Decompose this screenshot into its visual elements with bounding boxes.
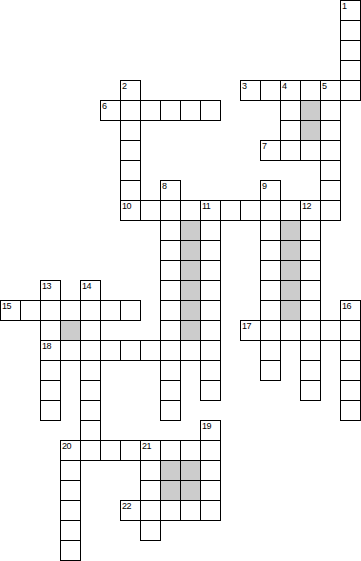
blocked-cell xyxy=(280,260,301,281)
answer-cell[interactable] xyxy=(120,140,141,161)
answer-cell[interactable] xyxy=(320,200,341,221)
answer-cell[interactable] xyxy=(200,100,221,121)
answer-cell[interactable] xyxy=(80,400,101,421)
answer-cell[interactable] xyxy=(40,400,61,421)
answer-cell[interactable]: 19 xyxy=(200,420,221,441)
answer-cell[interactable] xyxy=(200,320,221,341)
blocked-cell xyxy=(180,280,201,301)
answer-cell[interactable] xyxy=(40,360,61,381)
answer-cell[interactable] xyxy=(60,480,81,501)
blocked-cell xyxy=(300,100,321,121)
answer-cell[interactable] xyxy=(160,220,181,241)
answer-cell[interactable] xyxy=(200,260,221,281)
answer-cell[interactable] xyxy=(260,220,281,241)
answer-cell[interactable] xyxy=(140,100,161,121)
clue-number: 14 xyxy=(82,281,91,291)
answer-cell[interactable] xyxy=(120,440,141,461)
answer-cell[interactable] xyxy=(280,120,301,141)
answer-cell[interactable] xyxy=(340,60,361,81)
answer-cell[interactable]: 2 xyxy=(120,80,141,101)
answer-cell[interactable] xyxy=(300,340,321,361)
answer-cell[interactable] xyxy=(260,80,281,101)
answer-cell[interactable]: 7 xyxy=(260,140,281,161)
clue-number: 2 xyxy=(122,81,127,91)
answer-cell[interactable] xyxy=(80,320,101,341)
crossword-grid: 12345678910111213141516171819202122 xyxy=(0,0,361,561)
answer-cell[interactable] xyxy=(180,340,201,361)
answer-cell[interactable] xyxy=(60,300,81,321)
clue-number: 7 xyxy=(262,141,267,151)
answer-cell[interactable] xyxy=(300,360,321,381)
answer-cell[interactable] xyxy=(120,120,141,141)
answer-cell[interactable] xyxy=(160,100,181,121)
clue-number: 3 xyxy=(242,81,247,91)
answer-cell[interactable] xyxy=(300,80,321,101)
answer-cell[interactable] xyxy=(60,520,81,541)
answer-cell[interactable] xyxy=(340,400,361,421)
answer-cell[interactable] xyxy=(260,280,281,301)
clue-number: 10 xyxy=(122,201,131,211)
answer-cell[interactable] xyxy=(100,340,121,361)
answer-cell[interactable] xyxy=(300,220,321,241)
clue-number: 4 xyxy=(282,81,287,91)
answer-cell[interactable] xyxy=(180,200,201,221)
answer-cell[interactable] xyxy=(160,360,181,381)
answer-cell[interactable] xyxy=(320,160,341,181)
answer-cell[interactable] xyxy=(80,360,101,381)
answer-cell[interactable]: 20 xyxy=(60,440,81,461)
answer-cell[interactable]: 6 xyxy=(100,100,121,121)
answer-cell[interactable] xyxy=(60,500,81,521)
blocked-cell xyxy=(180,220,201,241)
answer-cell[interactable] xyxy=(200,480,221,501)
answer-cell[interactable]: 15 xyxy=(0,300,21,321)
clue-number: 13 xyxy=(42,281,51,291)
answer-cell[interactable] xyxy=(300,320,321,341)
answer-cell[interactable] xyxy=(200,280,221,301)
answer-cell[interactable] xyxy=(260,340,281,361)
answer-cell[interactable] xyxy=(40,300,61,321)
answer-cell[interactable] xyxy=(140,200,161,221)
answer-cell[interactable] xyxy=(40,380,61,401)
answer-cell[interactable] xyxy=(160,320,181,341)
answer-cell[interactable] xyxy=(200,440,221,461)
answer-cell[interactable] xyxy=(320,180,341,201)
answer-cell[interactable]: 11 xyxy=(200,200,221,221)
answer-cell[interactable]: 1 xyxy=(340,0,361,21)
answer-cell[interactable] xyxy=(20,300,41,321)
clue-number: 21 xyxy=(142,441,151,451)
blocked-cell xyxy=(180,480,201,501)
blocked-cell xyxy=(180,240,201,261)
answer-cell[interactable] xyxy=(140,480,161,501)
answer-cell[interactable] xyxy=(60,340,81,361)
answer-cell[interactable] xyxy=(40,320,61,341)
answer-cell[interactable] xyxy=(160,260,181,281)
answer-cell[interactable] xyxy=(300,280,321,301)
answer-cell[interactable]: 18 xyxy=(40,340,61,361)
blocked-cell xyxy=(180,320,201,341)
answer-cell[interactable]: 9 xyxy=(260,180,281,201)
blocked-cell xyxy=(160,480,181,501)
answer-cell[interactable]: 5 xyxy=(320,80,341,101)
answer-cell[interactable] xyxy=(160,200,181,221)
answer-cell[interactable] xyxy=(260,260,281,281)
blocked-cell xyxy=(180,260,201,281)
blocked-cell xyxy=(280,300,301,321)
answer-cell[interactable] xyxy=(340,80,361,101)
clue-number: 5 xyxy=(322,81,327,91)
clue-number: 17 xyxy=(242,321,251,331)
answer-cell[interactable] xyxy=(160,340,181,361)
answer-cell[interactable] xyxy=(160,440,181,461)
answer-cell[interactable] xyxy=(300,380,321,401)
clue-number: 8 xyxy=(162,181,167,191)
answer-cell[interactable] xyxy=(120,100,141,121)
answer-cell[interactable] xyxy=(200,220,221,241)
clue-number: 12 xyxy=(302,201,311,211)
answer-cell[interactable] xyxy=(260,200,281,221)
answer-cell[interactable] xyxy=(260,320,281,341)
answer-cell[interactable] xyxy=(320,120,341,141)
clue-number: 15 xyxy=(2,301,11,311)
answer-cell[interactable] xyxy=(80,300,101,321)
answer-cell[interactable] xyxy=(280,100,301,121)
answer-cell[interactable] xyxy=(120,340,141,361)
answer-cell[interactable] xyxy=(120,180,141,201)
answer-cell[interactable] xyxy=(180,100,201,121)
answer-cell[interactable] xyxy=(120,300,141,321)
answer-cell[interactable] xyxy=(160,280,181,301)
clue-number: 11 xyxy=(202,201,210,211)
answer-cell[interactable]: 4 xyxy=(280,80,301,101)
answer-cell[interactable] xyxy=(280,140,301,161)
blocked-cell xyxy=(300,120,321,141)
answer-cell[interactable] xyxy=(160,240,181,261)
answer-cell[interactable] xyxy=(120,160,141,181)
answer-cell[interactable] xyxy=(320,320,341,341)
answer-cell[interactable]: 12 xyxy=(300,200,321,221)
answer-cell[interactable] xyxy=(300,300,321,321)
answer-cell[interactable]: 16 xyxy=(340,300,361,321)
clue-number: 18 xyxy=(42,341,51,351)
answer-cell[interactable] xyxy=(300,240,321,261)
blocked-cell xyxy=(280,220,301,241)
answer-cell[interactable] xyxy=(140,460,161,481)
answer-cell[interactable] xyxy=(140,340,161,361)
answer-cell[interactable] xyxy=(60,540,81,561)
answer-cell[interactable] xyxy=(80,340,101,361)
answer-cell[interactable] xyxy=(200,240,221,261)
answer-cell[interactable] xyxy=(160,400,181,421)
answer-cell[interactable] xyxy=(340,380,361,401)
clue-number: 20 xyxy=(62,441,71,451)
answer-cell[interactable] xyxy=(100,440,121,461)
answer-cell[interactable] xyxy=(260,300,281,321)
answer-cell[interactable] xyxy=(340,360,361,381)
blocked-cell xyxy=(280,240,301,261)
answer-cell[interactable] xyxy=(160,380,181,401)
answer-cell[interactable] xyxy=(200,340,221,361)
answer-cell[interactable] xyxy=(80,440,101,461)
blocked-cell xyxy=(160,460,181,481)
answer-cell[interactable]: 14 xyxy=(80,280,101,301)
answer-cell[interactable] xyxy=(200,500,221,521)
answer-cell[interactable]: 10 xyxy=(120,200,141,221)
answer-cell[interactable] xyxy=(200,360,221,381)
clue-number: 9 xyxy=(262,181,267,191)
answer-cell[interactable] xyxy=(340,320,361,341)
answer-cell[interactable] xyxy=(220,200,241,221)
blocked-cell xyxy=(180,460,201,481)
answer-cell[interactable] xyxy=(300,260,321,281)
answer-cell[interactable] xyxy=(340,340,361,361)
answer-cell[interactable]: 22 xyxy=(120,500,141,521)
answer-cell[interactable] xyxy=(200,300,221,321)
answer-cell[interactable] xyxy=(140,500,161,521)
answer-cell[interactable] xyxy=(200,460,221,481)
answer-cell[interactable] xyxy=(240,200,261,221)
clue-number: 16 xyxy=(342,301,351,311)
answer-cell[interactable] xyxy=(280,200,301,221)
answer-cell[interactable] xyxy=(260,240,281,261)
answer-cell[interactable] xyxy=(300,140,321,161)
answer-cell[interactable] xyxy=(180,500,201,521)
answer-cell[interactable] xyxy=(140,520,161,541)
answer-cell[interactable] xyxy=(100,300,121,321)
answer-cell[interactable] xyxy=(200,380,221,401)
answer-cell[interactable] xyxy=(260,360,281,381)
answer-cell[interactable] xyxy=(340,40,361,61)
answer-cell[interactable]: 3 xyxy=(240,80,261,101)
answer-cell[interactable] xyxy=(320,100,341,121)
answer-cell[interactable] xyxy=(80,420,101,441)
answer-cell[interactable]: 21 xyxy=(140,440,161,461)
blocked-cell xyxy=(280,280,301,301)
blocked-cell xyxy=(60,320,81,341)
answer-cell[interactable] xyxy=(180,440,201,461)
clue-number: 6 xyxy=(102,101,107,111)
answer-cell[interactable] xyxy=(320,140,341,161)
answer-cell[interactable]: 13 xyxy=(40,280,61,301)
blocked-cell xyxy=(180,300,201,321)
clue-number: 19 xyxy=(202,421,211,431)
answer-cell[interactable]: 8 xyxy=(160,180,181,201)
answer-cell[interactable] xyxy=(280,320,301,341)
clue-number: 22 xyxy=(122,501,131,511)
answer-cell[interactable] xyxy=(160,500,181,521)
answer-cell[interactable] xyxy=(160,300,181,321)
answer-cell[interactable] xyxy=(80,380,101,401)
answer-cell[interactable] xyxy=(340,20,361,41)
answer-cell[interactable]: 17 xyxy=(240,320,261,341)
answer-cell[interactable] xyxy=(60,460,81,481)
clue-number: 1 xyxy=(342,1,347,11)
